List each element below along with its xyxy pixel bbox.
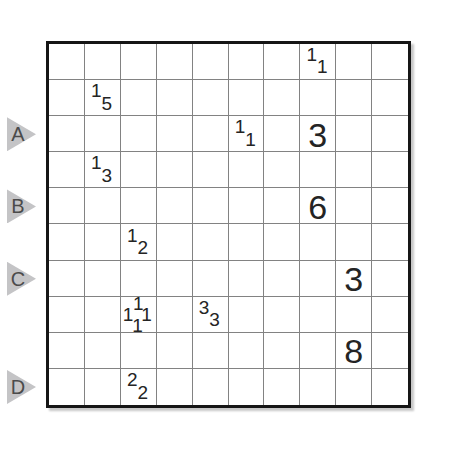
- clue-value: 6: [308, 190, 327, 224]
- cell-r2c4: [157, 80, 193, 116]
- clue-value: 1: [91, 153, 102, 172]
- cell-r3c5: [193, 116, 229, 152]
- cell-r9c4: [157, 333, 193, 369]
- cell-r10c2: [85, 369, 121, 405]
- cell-r8c6: [229, 297, 265, 333]
- answer-marker-B: B: [7, 189, 36, 223]
- cell-r1c3: [121, 44, 157, 80]
- answer-marker-letter: A: [11, 124, 24, 144]
- cell-r7c8: [300, 261, 336, 297]
- cell-r1c5: [193, 44, 229, 80]
- cell-r3c3: [121, 116, 157, 152]
- clue-value: 1: [307, 45, 318, 64]
- tapa-puzzle-diagram: 1115113136123111133822 ABCD: [0, 0, 457, 454]
- cell-r4c4: [157, 152, 193, 188]
- cell-r2c3: [121, 80, 157, 116]
- cell-r7c10: [372, 261, 408, 297]
- clue-value: 3: [199, 297, 210, 316]
- answer-marker-A: A: [7, 117, 36, 151]
- cell-r6c10: [372, 224, 408, 260]
- cell-r4c9: [336, 152, 372, 188]
- cell-r6c7: [264, 224, 300, 260]
- clue-value: 2: [137, 237, 148, 256]
- cell-r8c4: [157, 297, 193, 333]
- cell-r10c4: [157, 369, 193, 405]
- cell-r4c2: 13: [85, 152, 121, 188]
- clue-value: 3: [102, 165, 113, 184]
- cell-r4c5: [193, 152, 229, 188]
- cell-r7c5: [193, 261, 229, 297]
- cell-r3c8: 3: [300, 116, 336, 152]
- cell-r7c6: [229, 261, 265, 297]
- answer-marker-C: C: [7, 262, 36, 296]
- cell-r9c5: [193, 333, 229, 369]
- cell-r7c1: [49, 261, 85, 297]
- cell-r5c7: [264, 188, 300, 224]
- cell-r6c3: 12: [121, 224, 157, 260]
- cell-r8c8: [300, 297, 336, 333]
- cell-r3c7: [264, 116, 300, 152]
- cell-r5c5: [193, 188, 229, 224]
- cell-r3c6: 11: [229, 116, 265, 152]
- cell-r1c10: [372, 44, 408, 80]
- cell-r10c10: [372, 369, 408, 405]
- cell-r8c2: [85, 297, 121, 333]
- cell-r9c1: [49, 333, 85, 369]
- cell-r6c4: [157, 224, 193, 260]
- cell-r6c5: [193, 224, 229, 260]
- answer-marker-letter: B: [11, 196, 24, 216]
- cell-r2c5: [193, 80, 229, 116]
- clue-value: 8: [344, 334, 363, 368]
- clue-value: 1: [132, 316, 143, 335]
- cell-r2c10: [372, 80, 408, 116]
- cell-r10c9: [336, 369, 372, 405]
- cell-r3c1: [49, 116, 85, 152]
- cell-r2c6: [229, 80, 265, 116]
- cell-r2c7: [264, 80, 300, 116]
- cell-r3c9: [336, 116, 372, 152]
- cell-r10c3: 22: [121, 369, 157, 405]
- cell-r5c9: [336, 188, 372, 224]
- cell-r2c1: [49, 80, 85, 116]
- clue-value: 1: [317, 57, 328, 76]
- clue-value: 5: [102, 93, 113, 112]
- cell-r9c3: [121, 333, 157, 369]
- cell-r8c3: 1111: [121, 297, 157, 333]
- cell-r4c8: [300, 152, 336, 188]
- cell-r5c1: [49, 188, 85, 224]
- cell-r1c8: 11: [300, 44, 336, 80]
- cell-r5c6: [229, 188, 265, 224]
- cell-r9c2: [85, 333, 121, 369]
- clue-value: 1: [91, 81, 102, 100]
- clue-value: 3: [344, 262, 363, 296]
- cell-r1c7: [264, 44, 300, 80]
- clue-value: 1: [127, 225, 138, 244]
- answer-marker-letter: D: [11, 377, 25, 397]
- cell-r5c3: [121, 188, 157, 224]
- cell-r5c4: [157, 188, 193, 224]
- cell-r8c10: [372, 297, 408, 333]
- cell-r10c7: [264, 369, 300, 405]
- cell-r1c1: [49, 44, 85, 80]
- cell-r5c8: 6: [300, 188, 336, 224]
- cell-r8c9: [336, 297, 372, 333]
- cell-r4c3: [121, 152, 157, 188]
- cell-r10c1: [49, 369, 85, 405]
- cell-r9c9: 8: [336, 333, 372, 369]
- cell-r10c6: [229, 369, 265, 405]
- clue-value: 3: [209, 310, 220, 329]
- cell-r6c1: [49, 224, 85, 260]
- answer-marker-letter: C: [11, 269, 25, 289]
- cell-r6c8: [300, 224, 336, 260]
- cell-r5c10: [372, 188, 408, 224]
- clue-value: 1: [235, 117, 246, 136]
- cell-r3c4: [157, 116, 193, 152]
- answer-marker-D: D: [7, 370, 36, 404]
- cell-r4c7: [264, 152, 300, 188]
- cell-r7c2: [85, 261, 121, 297]
- cell-r2c8: [300, 80, 336, 116]
- cell-r3c10: [372, 116, 408, 152]
- cell-r2c2: 15: [85, 80, 121, 116]
- cell-r10c8: [300, 369, 336, 405]
- cell-r7c4: [157, 261, 193, 297]
- cell-r4c6: [229, 152, 265, 188]
- clue-value: 3: [308, 118, 327, 152]
- cell-r1c9: [336, 44, 372, 80]
- cell-r5c2: [85, 188, 121, 224]
- cell-r8c1: [49, 297, 85, 333]
- cell-r3c2: [85, 116, 121, 152]
- cell-r9c6: [229, 333, 265, 369]
- cell-r8c5: 33: [193, 297, 229, 333]
- cell-r9c7: [264, 333, 300, 369]
- cell-r6c6: [229, 224, 265, 260]
- cell-r2c9: [336, 80, 372, 116]
- cell-r4c1: [49, 152, 85, 188]
- cell-r9c8: [300, 333, 336, 369]
- cell-r6c2: [85, 224, 121, 260]
- clue-value: 1: [141, 304, 152, 323]
- cell-r8c7: [264, 297, 300, 333]
- cell-r1c4: [157, 44, 193, 80]
- cell-r10c5: [193, 369, 229, 405]
- clue-value: 2: [127, 370, 138, 389]
- tapa-board: 1115113136123111133822: [46, 41, 411, 408]
- cell-r4c10: [372, 152, 408, 188]
- cell-r6c9: [336, 224, 372, 260]
- cell-r1c2: [85, 44, 121, 80]
- clue-value: 1: [245, 129, 256, 148]
- cell-r7c9: 3: [336, 261, 372, 297]
- cell-r1c6: [229, 44, 265, 80]
- cell-r9c10: [372, 333, 408, 369]
- cell-r7c7: [264, 261, 300, 297]
- clue-value: 2: [137, 382, 148, 401]
